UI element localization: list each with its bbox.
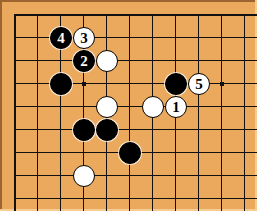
white-stone-1: 1 <box>165 96 187 118</box>
board-border-left <box>0 0 2 211</box>
black-stone-4: 4 <box>50 27 72 49</box>
white-stone <box>142 96 164 118</box>
black-stone <box>119 142 141 164</box>
board-border-top <box>0 0 257 2</box>
black-stone-2: 2 <box>73 50 95 72</box>
white-stone-5: 5 <box>188 73 210 95</box>
star-point <box>82 82 86 86</box>
go-board-grid: 43251 <box>4 4 257 211</box>
star-point <box>220 82 224 86</box>
white-stone-3: 3 <box>73 27 95 49</box>
black-stone <box>50 73 72 95</box>
white-stone <box>96 96 118 118</box>
black-stone <box>73 119 95 141</box>
black-stone <box>96 119 118 141</box>
go-board-diagram: 43251 <box>0 0 257 211</box>
black-stone <box>165 73 187 95</box>
white-stone <box>96 50 118 72</box>
white-stone <box>73 165 95 187</box>
